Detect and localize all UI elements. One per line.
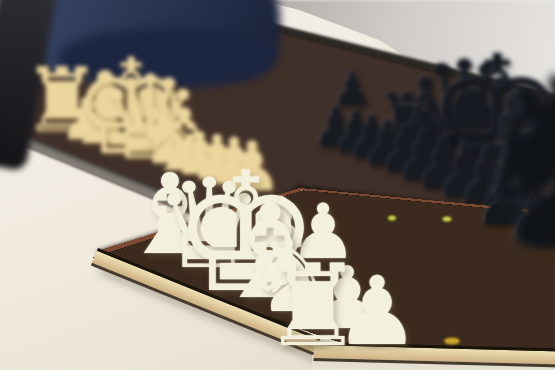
close-blurred-piece: ♞: [0, 0, 555, 370]
black-knight-piece: ♞: [457, 47, 555, 283]
chess-setup-photo: ♜♟♝♚♛♞♝♟♟♟♟♟♟♜♟♛♟♞♟♚♟♟♝♟♟♟♟♟♟♟♟♝♟♛♚♝♞♟♟♜…: [0, 0, 555, 370]
piece-layer: ♜♟♝♚♛♞♝♟♟♟♟♟♟♜♟♛♟♞♟♚♟♟♝♟♟♟♟♟♟♟♟♝♟♛♚♝♞♟♟♜…: [0, 0, 555, 370]
